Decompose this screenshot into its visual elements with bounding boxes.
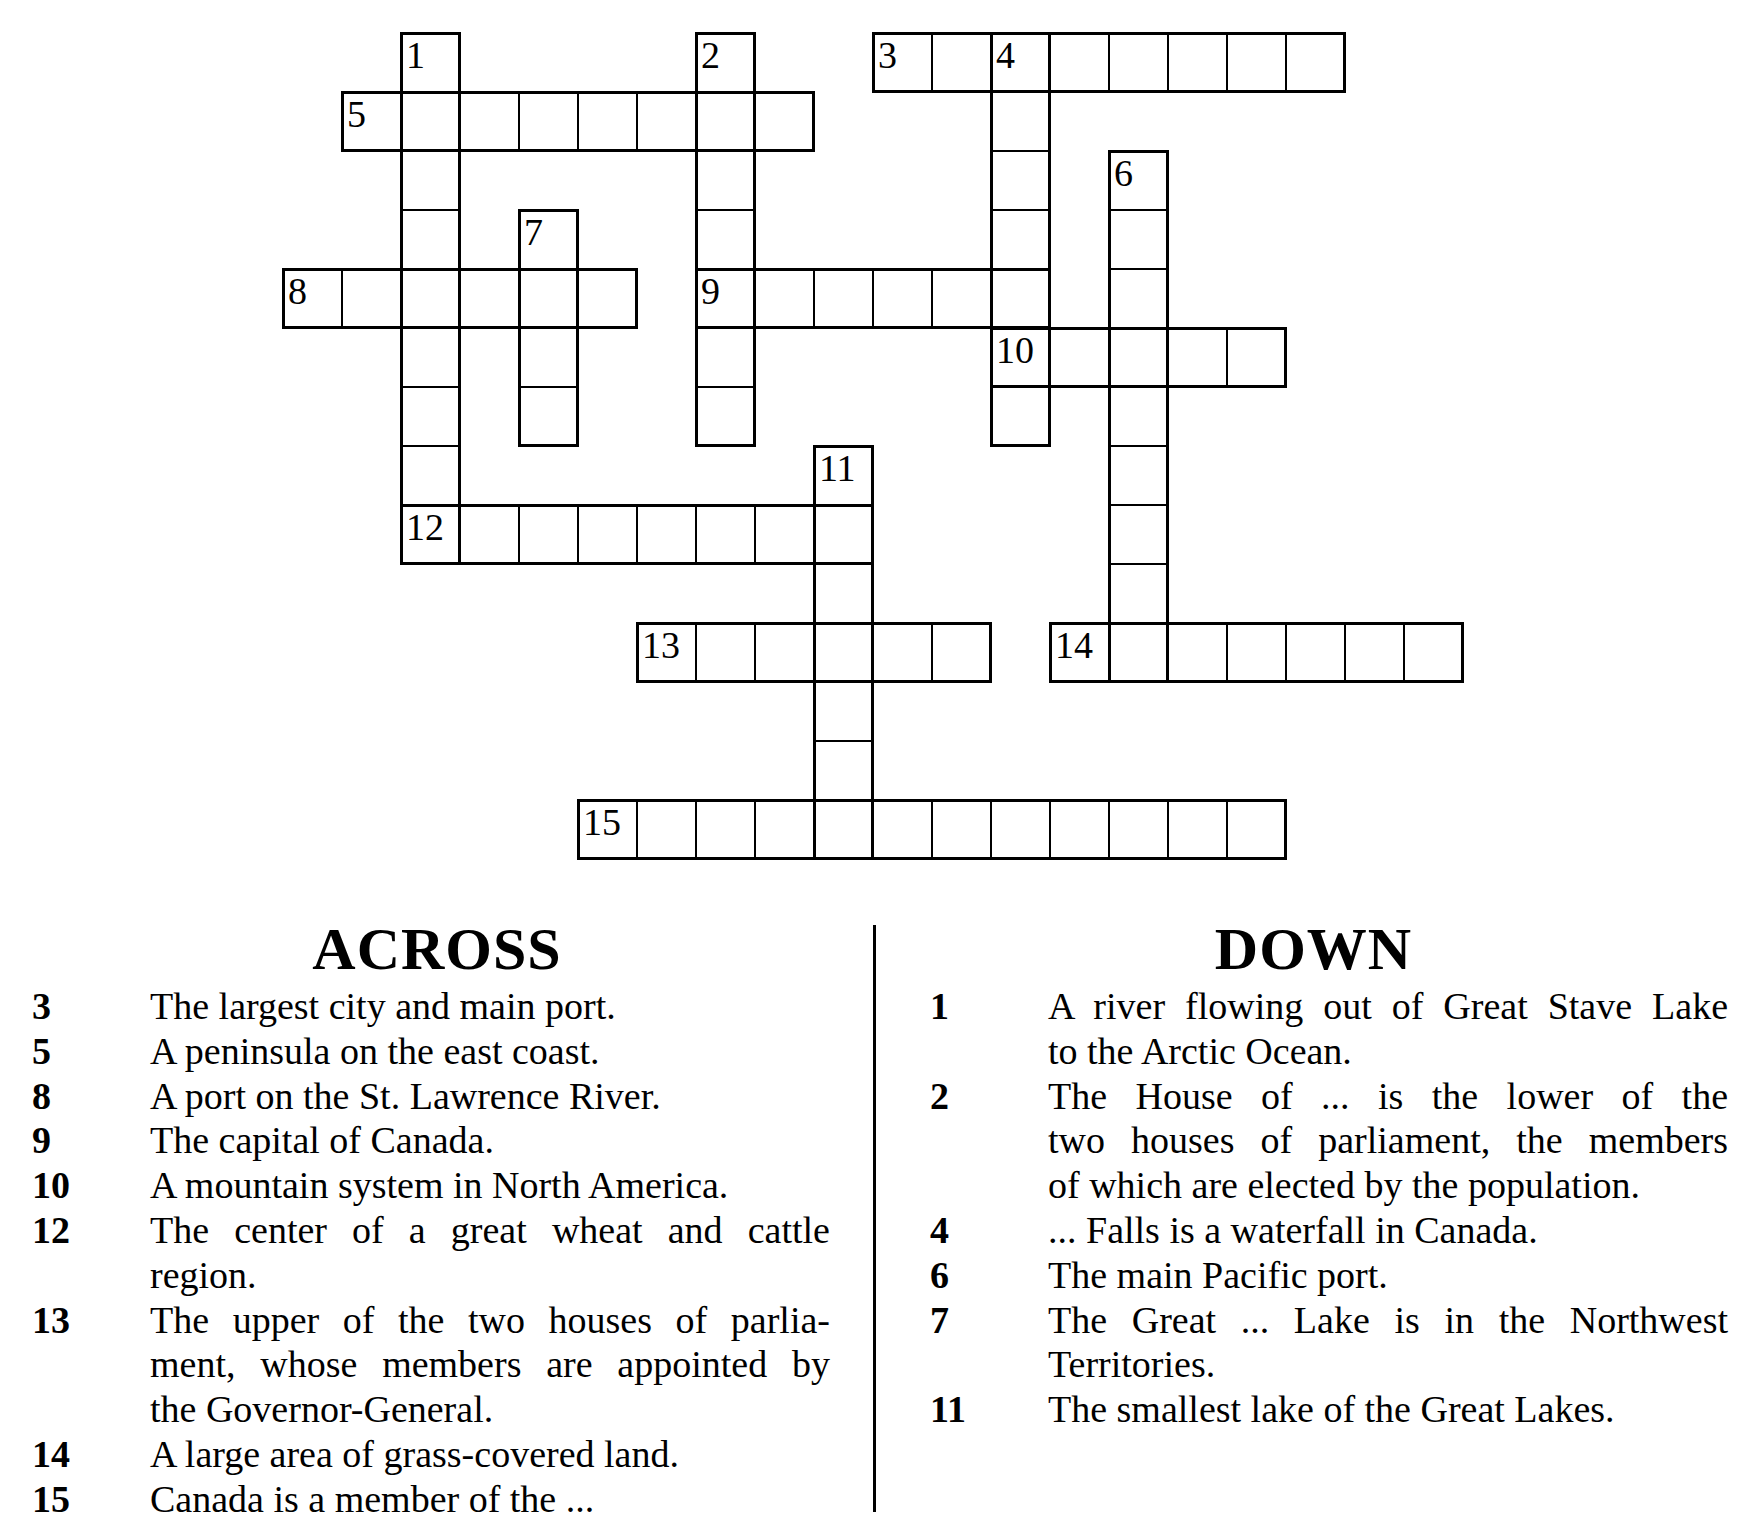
cell-r13-c9[interactable] [813,799,874,860]
cell-r4-c9[interactable] [813,268,874,329]
cell-r10-c18[interactable] [1344,622,1405,683]
clue-line: of which are elected by the population. [1048,1163,1728,1208]
clue-number-across-3: 3 [32,984,150,1029]
clue-number-down-2: 2 [930,1074,1048,1119]
cell-r1-c5[interactable] [577,91,638,152]
cell-r13-c15[interactable] [1167,799,1228,860]
cell-r5-c7[interactable] [695,327,756,388]
clue-line: ... Falls is a waterfall in Canada. [1048,1208,1728,1253]
cell-r0-c7[interactable] [695,32,756,93]
cell-r10-c14[interactable] [1108,622,1169,683]
cell-r0-c11[interactable] [931,32,992,93]
cell-r3-c4[interactable] [518,209,579,270]
cell-r8-c2[interactable] [400,504,461,565]
clue-number-across-5: 5 [32,1029,150,1074]
cell-r7-c14[interactable] [1108,445,1169,506]
cell-r10-c11[interactable] [931,622,992,683]
cell-r1-c7[interactable] [695,91,756,152]
cell-r4-c7[interactable] [695,268,756,329]
clue-down-2: 2The House of ... is the lower of thetwo… [930,1074,1730,1208]
cell-r4-c14[interactable] [1108,268,1169,329]
clue-number-across-9: 9 [32,1118,150,1163]
clue-text: The smallest lake of the Great Lakes. [1048,1387,1728,1432]
cell-r1-c3[interactable] [459,91,520,152]
clue-line: two houses of parliament, the members [1048,1118,1728,1163]
cell-r5-c4[interactable] [518,327,579,388]
cell-r7-c9[interactable] [813,445,874,506]
cell-r7-c2[interactable] [400,445,461,506]
cell-r13-c7[interactable] [695,799,756,860]
cell-r5-c13[interactable] [1049,327,1110,388]
cell-r13-c13[interactable] [1049,799,1110,860]
cell-r4-c1[interactable] [341,268,402,329]
crossword-page: 123456789101112131415 ACROSS DOWN 3The l… [0,0,1753,1527]
cell-r3-c14[interactable] [1108,209,1169,270]
cell-r0-c10[interactable] [872,32,933,93]
cell-r4-c2[interactable] [400,268,461,329]
cell-r6-c12[interactable] [990,386,1051,447]
cell-r0-c12[interactable] [990,32,1051,93]
cell-r13-c10[interactable] [872,799,933,860]
clue-across-12: 12The center of a great wheat and cattle… [32,1208,832,1298]
clue-text: The main Pacific port. [1048,1253,1728,1298]
cell-r1-c8[interactable] [754,91,815,152]
cell-r8-c8[interactable] [754,504,815,565]
cell-r13-c11[interactable] [931,799,992,860]
cell-r8-c4[interactable] [518,504,579,565]
clue-number-down-1: 1 [930,984,1048,1029]
clue-down-11: 11The smallest lake of the Great Lakes. [930,1387,1730,1432]
clue-line: A port on the St. Lawrence River. [150,1074,830,1119]
cell-r10-c17[interactable] [1285,622,1346,683]
clue-across-5: 5A peninsula on the east coast. [32,1029,832,1074]
cell-r4-c8[interactable] [754,268,815,329]
cell-r13-c6[interactable] [636,799,697,860]
clue-text: The upper of the two houses of parlia-me… [150,1298,830,1432]
down-header: DOWN [874,919,1753,979]
clue-line: The upper of the two houses of parlia- [150,1298,830,1343]
clue-line: The Great ... Lake is in the Northwest [1048,1298,1728,1343]
cell-r0-c2[interactable] [400,32,461,93]
clue-line: The center of a great wheat and cattle [150,1208,830,1253]
clue-line: Territories. [1048,1342,1728,1387]
cell-r4-c4[interactable] [518,268,579,329]
clue-number-down-11: 11 [930,1387,1048,1432]
cell-r10-c19[interactable] [1403,622,1464,683]
clue-number-down-7: 7 [930,1298,1048,1343]
clue-text: A river flowing out of Great Stave Laket… [1048,984,1728,1074]
clue-line: region. [150,1253,830,1298]
cell-r0-c13[interactable] [1049,32,1110,93]
clue-down-7: 7The Great ... Lake is in the NorthwestT… [930,1298,1730,1388]
cell-r10-c10[interactable] [872,622,933,683]
clue-text: The largest city and main port. [150,984,830,1029]
cell-r10-c8[interactable] [754,622,815,683]
clue-across-10: 10A mountain system in North America. [32,1163,832,1208]
clue-line: the Governor-General. [150,1387,830,1432]
clue-line: A large area of grass-covered land. [150,1432,830,1477]
cell-r1-c12[interactable] [990,91,1051,152]
clue-text: A mountain system in North America. [150,1163,830,1208]
clue-text: A large area of grass-covered land. [150,1432,830,1477]
clue-across-8: 8A port on the St. Lawrence River. [32,1074,832,1119]
cell-r4-c12[interactable] [990,268,1051,329]
cell-r2-c7[interactable] [695,150,756,211]
cell-r10-c13[interactable] [1049,622,1110,683]
cell-r4-c10[interactable] [872,268,933,329]
cell-r0-c15[interactable] [1167,32,1228,93]
cell-r13-c5[interactable] [577,799,638,860]
clue-number-across-8: 8 [32,1074,150,1119]
clue-number-across-14: 14 [32,1432,150,1477]
clue-number-down-4: 4 [930,1208,1048,1253]
clue-text: The House of ... is the lower of thetwo … [1048,1074,1728,1208]
clue-across-15: 15Canada is a member of the ... [32,1477,832,1522]
clue-text: A port on the St. Lawrence River. [150,1074,830,1119]
cell-r4-c11[interactable] [931,268,992,329]
cell-r1-c2[interactable] [400,91,461,152]
clue-across-3: 3The largest city and main port. [32,984,832,1029]
clue-across-9: 9The capital of Canada. [32,1118,832,1163]
cell-r1-c1[interactable] [341,91,402,152]
cell-r3-c2[interactable] [400,209,461,270]
clue-line: The capital of Canada. [150,1118,830,1163]
cell-r0-c16[interactable] [1226,32,1287,93]
cell-r10-c6[interactable] [636,622,697,683]
clue-across-14: 14A large area of grass-covered land. [32,1432,832,1477]
across-header: ACROSS [0,919,874,979]
cell-r1-c6[interactable] [636,91,697,152]
clue-text: A peninsula on the east coast. [150,1029,830,1074]
column-divider [873,925,876,1512]
cell-r3-c12[interactable] [990,209,1051,270]
cell-r5-c2[interactable] [400,327,461,388]
clue-text: The Great ... Lake is in the NorthwestTe… [1048,1298,1728,1388]
cell-r8-c9[interactable] [813,504,874,565]
clue-down-4: 4... Falls is a waterfall in Canada. [930,1208,1730,1253]
clue-line: The main Pacific port. [1048,1253,1728,1298]
clue-number-down-6: 6 [930,1253,1048,1298]
cell-r5-c16[interactable] [1226,327,1287,388]
cell-r8-c5[interactable] [577,504,638,565]
clue-text: The center of a great wheat and cattlere… [150,1208,830,1298]
clue-line: A peninsula on the east coast. [150,1029,830,1074]
clue-down-6: 6The main Pacific port. [930,1253,1730,1298]
clue-number-across-12: 12 [32,1208,150,1253]
clue-text: The capital of Canada. [150,1118,830,1163]
cell-r13-c8[interactable] [754,799,815,860]
clue-line: The House of ... is the lower of the [1048,1074,1728,1119]
cell-r10-c9[interactable] [813,622,874,683]
crossword-board: 123456789101112131415 [0,0,1753,900]
clue-line: to the Arctic Ocean. [1048,1029,1728,1074]
cell-r9-c14[interactable] [1108,563,1169,624]
clue-number-across-13: 13 [32,1298,150,1343]
cell-r0-c14[interactable] [1108,32,1169,93]
cell-r10-c7[interactable] [695,622,756,683]
cell-r4-c3[interactable] [459,268,520,329]
clue-text: ... Falls is a waterfall in Canada. [1048,1208,1728,1253]
clue-number-across-10: 10 [32,1163,150,1208]
clue-line: The largest city and main port. [150,984,830,1029]
across-clue-list: 3The largest city and main port.5A penin… [32,984,832,1522]
cell-r4-c0[interactable] [282,268,343,329]
cell-r8-c14[interactable] [1108,504,1169,565]
cell-r4-c5[interactable] [577,268,638,329]
cell-r8-c6[interactable] [636,504,697,565]
clue-text: Canada is a member of the ... [150,1477,830,1522]
cell-r2-c2[interactable] [400,150,461,211]
clue-down-1: 1A river flowing out of Great Stave Lake… [930,984,1730,1074]
cell-r5-c12[interactable] [990,327,1051,388]
cell-r1-c4[interactable] [518,91,579,152]
cell-r13-c16[interactable] [1226,799,1287,860]
cell-r2-c14[interactable] [1108,150,1169,211]
cell-r5-c14[interactable] [1108,327,1169,388]
cell-r3-c7[interactable] [695,209,756,270]
cell-r0-c17[interactable] [1285,32,1346,93]
cell-r12-c9[interactable] [813,740,874,801]
cell-r10-c16[interactable] [1226,622,1287,683]
clue-line: A mountain system in North America. [150,1163,830,1208]
cell-r8-c3[interactable] [459,504,520,565]
cell-r11-c9[interactable] [813,681,874,742]
cell-r6-c4[interactable] [518,386,579,447]
cell-r8-c7[interactable] [695,504,756,565]
cell-r2-c12[interactable] [990,150,1051,211]
clue-number-across-15: 15 [32,1477,150,1522]
clue-across-13: 13The upper of the two houses of parlia-… [32,1298,832,1432]
cell-r13-c14[interactable] [1108,799,1169,860]
cell-r13-c12[interactable] [990,799,1051,860]
cell-r6-c2[interactable] [400,386,461,447]
cell-r10-c15[interactable] [1167,622,1228,683]
cell-r5-c15[interactable] [1167,327,1228,388]
clue-line: A river flowing out of Great Stave Lake [1048,984,1728,1029]
cell-r9-c9[interactable] [813,563,874,624]
cell-r6-c7[interactable] [695,386,756,447]
clue-line: The smallest lake of the Great Lakes. [1048,1387,1728,1432]
cell-r6-c14[interactable] [1108,386,1169,447]
down-clue-list: 1A river flowing out of Great Stave Lake… [930,984,1730,1432]
clue-line: ment, whose members are appointed by [150,1342,830,1387]
clue-line: Canada is a member of the ... [150,1477,830,1522]
